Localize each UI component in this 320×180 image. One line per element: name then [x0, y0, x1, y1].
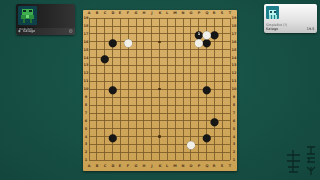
turtle-pixel-avatar-icon [18, 6, 37, 25]
coord-right-18: 18 [231, 24, 236, 28]
coord-bottom-T: T [229, 164, 231, 168]
coord-right-10: 10 [231, 87, 236, 91]
star-point-K4 [158, 135, 160, 137]
grid-line-horizontal [89, 113, 230, 114]
coord-left-3: 3 [85, 142, 87, 146]
stone-diamond-icon: ◆ [18, 29, 21, 33]
coord-top-R: R [213, 11, 216, 15]
white-player-engine-label: Katago [266, 27, 278, 31]
cjk-seal-watermark [284, 144, 318, 178]
coord-top-M: M [173, 11, 176, 15]
coord-right-1: 1 [233, 158, 235, 162]
coord-bottom-P: P [197, 164, 200, 168]
coord-left-10: 10 [83, 87, 88, 91]
white-player-card: SimpleBot (?) Katago 19.5 [264, 4, 317, 33]
coord-top-B: B [95, 11, 98, 15]
coord-top-Q: Q [205, 11, 208, 15]
coord-left-11: 11 [83, 79, 88, 83]
coord-right-8: 8 [233, 103, 235, 107]
coord-top-H: H [142, 11, 145, 15]
coord-bottom-N: N [182, 164, 185, 168]
coord-right-3: 3 [233, 142, 235, 146]
coord-right-12: 12 [231, 71, 236, 75]
coord-bottom-E: E [119, 164, 121, 168]
app-background: mcts bot ◆ Katago ⚙ SimpleBot (?) Katago… [0, 0, 320, 180]
coord-bottom-F: F [127, 164, 129, 168]
stone-white-Q17: ● [203, 30, 211, 38]
coord-bottom-G: G [135, 164, 138, 168]
coord-right-11: 11 [231, 79, 236, 83]
coord-left-19: 19 [83, 16, 88, 20]
coord-left-13: 13 [83, 63, 88, 67]
coord-left-18: 18 [83, 24, 88, 28]
white-player-score-value: 19.5 [307, 27, 315, 31]
stone-white-F16: ● [124, 38, 132, 46]
coord-left-12: 12 [83, 71, 88, 75]
coord-bottom-Q: Q [205, 164, 208, 168]
star-point-K10 [158, 88, 160, 90]
coord-bottom-K: K [158, 164, 161, 168]
stone-black-D4: ● [109, 133, 117, 141]
coord-left-14: 14 [83, 56, 88, 60]
coord-top-P: P [197, 11, 200, 15]
grid-line-vertical [183, 18, 184, 160]
coord-right-14: 14 [231, 56, 236, 60]
grid-line-vertical [175, 18, 176, 160]
grid-line-horizontal [89, 128, 230, 129]
coord-bottom-J: J [151, 164, 152, 168]
grid-line-horizontal [89, 144, 230, 145]
black-player-card: mcts bot ◆ Katago ⚙ [16, 4, 75, 35]
stone-black-Q10: ● [203, 85, 211, 93]
stone-black-D16: ● [109, 38, 117, 46]
coord-left-9: 9 [85, 95, 87, 99]
grid-line-vertical [222, 18, 223, 160]
coord-right-5: 5 [233, 127, 235, 131]
coord-top-F: F [127, 11, 129, 15]
coord-left-1: 1 [85, 158, 87, 162]
grid-line-vertical [167, 18, 168, 160]
coord-bottom-L: L [166, 164, 168, 168]
coord-top-A: A [88, 11, 91, 15]
gear-icon[interactable]: ⚙ [69, 29, 73, 33]
coord-left-15: 15 [83, 48, 88, 52]
coord-left-5: 5 [85, 127, 87, 131]
squid-pixel-avatar-icon [266, 8, 279, 19]
coord-top-G: G [135, 11, 138, 15]
grid-line-horizontal [89, 160, 230, 161]
coord-left-4: 4 [85, 135, 87, 139]
coord-bottom-C: C [103, 164, 106, 168]
coord-right-2: 2 [233, 150, 235, 154]
stone-black-R6: ● [210, 117, 218, 125]
black-player-footer: ◆ Katago ⚙ [16, 28, 75, 36]
coord-top-N: N [182, 11, 185, 15]
go-board[interactable]: AABBCCDDEEFFGGHHJJKKLLMMNNOOPPQQRRSSTT19… [83, 10, 237, 171]
white-player-footer: Katago 19.5 [264, 26, 317, 34]
coord-bottom-R: R [213, 164, 216, 168]
coord-top-O: O [189, 11, 192, 15]
white-player-avatar [266, 6, 279, 19]
grid-line-horizontal [89, 152, 230, 153]
coord-right-7: 7 [233, 111, 235, 115]
coord-bottom-S: S [221, 164, 224, 168]
coord-top-L: L [166, 11, 168, 15]
coord-top-D: D [111, 11, 114, 15]
coord-bottom-A: A [88, 164, 91, 168]
stone-black-Q4: ● [203, 133, 211, 141]
coord-bottom-O: O [189, 164, 192, 168]
stone-black-C14: ● [101, 54, 109, 62]
coord-top-S: S [221, 11, 224, 15]
black-player-avatar [18, 6, 37, 25]
coord-right-16: 16 [231, 40, 236, 44]
coord-left-16: 16 [83, 40, 88, 44]
coord-bottom-H: H [142, 164, 145, 168]
star-point-K16 [158, 41, 160, 43]
coord-top-C: C [103, 11, 106, 15]
coord-right-4: 4 [233, 135, 235, 139]
coord-bottom-D: D [111, 164, 114, 168]
coord-left-6: 6 [85, 119, 87, 123]
coord-right-13: 13 [231, 63, 236, 67]
black-player-engine-label: Katago [23, 29, 35, 33]
coord-top-E: E [119, 11, 121, 15]
coord-right-19: 19 [231, 16, 236, 20]
stone-black-R17: ● [210, 30, 218, 38]
coord-right-9: 9 [233, 95, 235, 99]
grid-line-vertical [230, 18, 231, 160]
coord-top-J: J [151, 11, 152, 15]
stone-black-D10: ● [109, 85, 117, 93]
stone-white-O3: ● [187, 140, 195, 148]
grid-line-horizontal [89, 97, 230, 98]
coord-left-7: 7 [85, 111, 87, 115]
coord-bottom-B: B [95, 164, 98, 168]
coord-left-2: 2 [85, 150, 87, 154]
coord-bottom-M: M [173, 164, 176, 168]
coord-top-T: T [229, 11, 231, 15]
coord-top-K: K [158, 11, 161, 15]
coord-right-6: 6 [233, 119, 235, 123]
coord-right-17: 17 [231, 32, 236, 36]
coord-left-8: 8 [85, 103, 87, 107]
grid-line-horizontal [89, 105, 230, 106]
coord-left-17: 17 [83, 32, 88, 36]
coord-right-15: 15 [231, 48, 236, 52]
